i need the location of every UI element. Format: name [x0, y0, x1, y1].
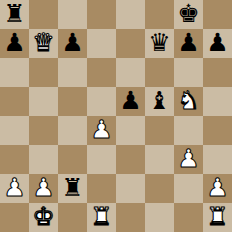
- square-h8[interactable]: [203, 0, 232, 29]
- black-pawn-g7[interactable]: ♟: [177, 29, 199, 57]
- square-c5[interactable]: [58, 87, 87, 116]
- chess-board: ♜♚♟♛♟♛♟♟♟♝♞♟♟♟♟♜♟♚♜♜: [0, 0, 232, 232]
- square-d5[interactable]: [87, 87, 116, 116]
- white-pawn-d4[interactable]: ♟: [90, 116, 112, 144]
- square-e4[interactable]: [116, 116, 145, 145]
- square-b4[interactable]: [29, 116, 58, 145]
- white-pawn-b2[interactable]: ♟: [32, 174, 54, 202]
- square-f1[interactable]: [145, 203, 174, 232]
- white-king-b1[interactable]: ♚: [32, 203, 54, 231]
- square-b3[interactable]: [29, 145, 58, 174]
- square-f8[interactable]: [145, 0, 174, 29]
- square-a5[interactable]: [0, 87, 29, 116]
- square-e5[interactable]: ♟: [116, 87, 145, 116]
- square-b8[interactable]: [29, 0, 58, 29]
- black-pawn-a7[interactable]: ♟: [3, 29, 25, 57]
- square-g7[interactable]: ♟: [174, 29, 203, 58]
- square-d8[interactable]: [87, 0, 116, 29]
- black-rook-c2[interactable]: ♜: [61, 174, 83, 202]
- square-h3[interactable]: [203, 145, 232, 174]
- square-b7[interactable]: ♛: [29, 29, 58, 58]
- square-d3[interactable]: [87, 145, 116, 174]
- white-rook-h1[interactable]: ♜: [206, 203, 228, 231]
- white-pawn-a2[interactable]: ♟: [3, 174, 25, 202]
- square-a1[interactable]: [0, 203, 29, 232]
- square-h5[interactable]: [203, 87, 232, 116]
- square-f4[interactable]: [145, 116, 174, 145]
- black-bishop-f5[interactable]: ♝: [148, 87, 170, 115]
- square-g2[interactable]: [174, 174, 203, 203]
- square-d4[interactable]: ♟: [87, 116, 116, 145]
- square-d1[interactable]: ♜: [87, 203, 116, 232]
- black-rook-a8[interactable]: ♜: [3, 0, 25, 28]
- square-e8[interactable]: [116, 0, 145, 29]
- square-a6[interactable]: [0, 58, 29, 87]
- square-d2[interactable]: [87, 174, 116, 203]
- square-a8[interactable]: ♜: [0, 0, 29, 29]
- square-h2[interactable]: ♟: [203, 174, 232, 203]
- black-king-g8[interactable]: ♚: [177, 0, 199, 28]
- white-queen-b7[interactable]: ♛: [32, 29, 54, 57]
- square-f5[interactable]: ♝: [145, 87, 174, 116]
- white-pawn-h2[interactable]: ♟: [206, 174, 228, 202]
- square-d6[interactable]: [87, 58, 116, 87]
- white-knight-g5[interactable]: ♞: [177, 87, 199, 115]
- square-f6[interactable]: [145, 58, 174, 87]
- square-a2[interactable]: ♟: [0, 174, 29, 203]
- square-c7[interactable]: ♟: [58, 29, 87, 58]
- square-g5[interactable]: ♞: [174, 87, 203, 116]
- square-c4[interactable]: [58, 116, 87, 145]
- square-c8[interactable]: [58, 0, 87, 29]
- square-h7[interactable]: ♟: [203, 29, 232, 58]
- square-h6[interactable]: [203, 58, 232, 87]
- square-h4[interactable]: [203, 116, 232, 145]
- black-pawn-c7[interactable]: ♟: [61, 29, 83, 57]
- square-d7[interactable]: [87, 29, 116, 58]
- square-f3[interactable]: [145, 145, 174, 174]
- black-pawn-e5[interactable]: ♟: [119, 87, 141, 115]
- square-e6[interactable]: [116, 58, 145, 87]
- white-rook-d1[interactable]: ♜: [90, 203, 112, 231]
- square-g3[interactable]: ♟: [174, 145, 203, 174]
- square-e1[interactable]: [116, 203, 145, 232]
- square-a4[interactable]: [0, 116, 29, 145]
- square-c6[interactable]: [58, 58, 87, 87]
- square-e7[interactable]: [116, 29, 145, 58]
- white-pawn-g3[interactable]: ♟: [177, 145, 199, 173]
- square-e3[interactable]: [116, 145, 145, 174]
- square-a3[interactable]: [0, 145, 29, 174]
- black-queen-f7[interactable]: ♛: [148, 29, 170, 57]
- square-g8[interactable]: ♚: [174, 0, 203, 29]
- square-c3[interactable]: [58, 145, 87, 174]
- square-g6[interactable]: [174, 58, 203, 87]
- square-b2[interactable]: ♟: [29, 174, 58, 203]
- square-a7[interactable]: ♟: [0, 29, 29, 58]
- square-f2[interactable]: [145, 174, 174, 203]
- square-e2[interactable]: [116, 174, 145, 203]
- square-b6[interactable]: [29, 58, 58, 87]
- square-b5[interactable]: [29, 87, 58, 116]
- square-h1[interactable]: ♜: [203, 203, 232, 232]
- square-c1[interactable]: [58, 203, 87, 232]
- square-b1[interactable]: ♚: [29, 203, 58, 232]
- square-g1[interactable]: [174, 203, 203, 232]
- square-c2[interactable]: ♜: [58, 174, 87, 203]
- black-pawn-h7[interactable]: ♟: [206, 29, 228, 57]
- square-f7[interactable]: ♛: [145, 29, 174, 58]
- square-g4[interactable]: [174, 116, 203, 145]
